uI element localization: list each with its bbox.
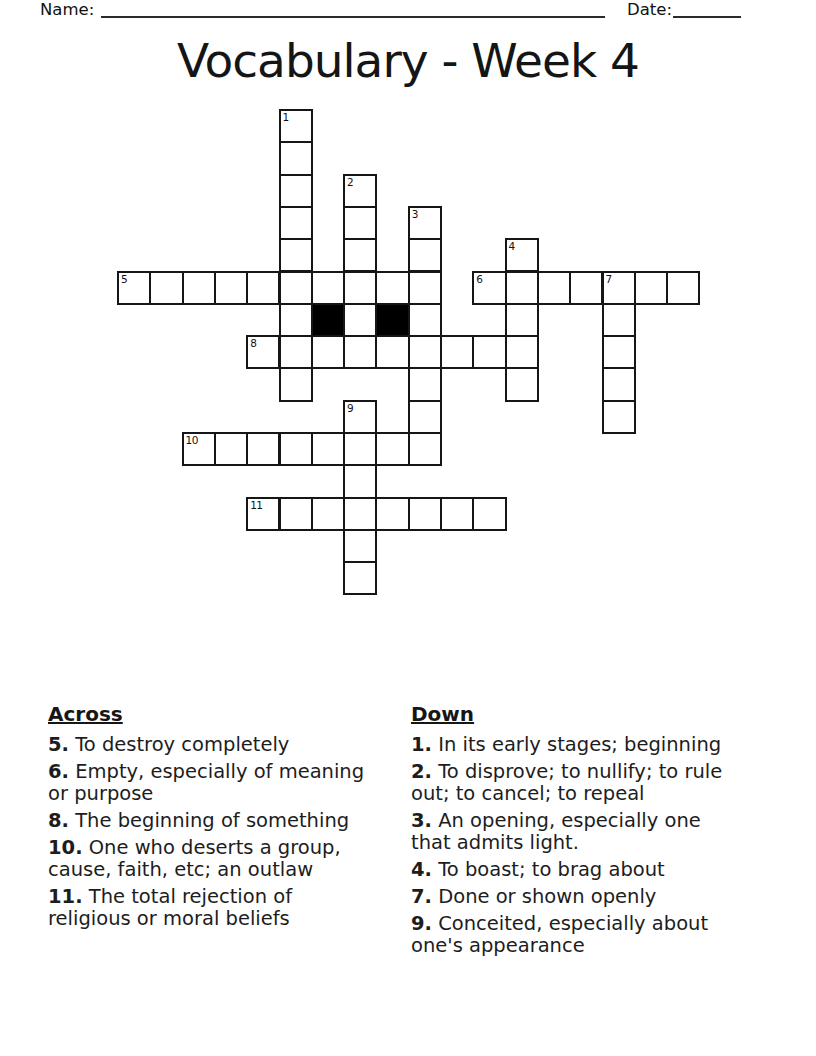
grid-cell[interactable]: [343, 238, 377, 272]
grid-cell[interactable]: [311, 497, 345, 531]
clue-number: 8: [250, 338, 256, 348]
grid-cell[interactable]: [537, 271, 571, 305]
grid-cell[interactable]: [343, 303, 377, 337]
grid-cell[interactable]: [343, 561, 377, 595]
grid-cell[interactable]: [279, 271, 313, 305]
grid-cell[interactable]: [311, 335, 345, 369]
grid-cell[interactable]: [408, 400, 442, 434]
date-line[interactable]: [673, 0, 741, 18]
down-clues-column: Down 1. In its early stages; beginning 2…: [411, 702, 729, 962]
grid-cell[interactable]: [375, 335, 409, 369]
grid-cell[interactable]: [279, 432, 313, 466]
grid-cell[interactable]: [634, 271, 668, 305]
clue-text: One who deserts a group, cause, faith, e…: [48, 836, 341, 881]
clue-number: 3: [412, 209, 418, 219]
clue-number-label: 6.: [48, 760, 69, 783]
clues-section: Across 5. To destroy completely 6. Empty…: [48, 702, 729, 962]
clue-down-9: 9. Conceited, especially about one's app…: [411, 913, 729, 957]
clue-text: To destroy completely: [75, 733, 289, 756]
grid-cell[interactable]: 8: [246, 335, 280, 369]
clue-number-label: 3.: [411, 809, 432, 832]
grid-cell[interactable]: [408, 335, 442, 369]
clue-number: 7: [606, 274, 612, 284]
grid-cell[interactable]: [279, 367, 313, 401]
page-title: Vocabulary - Week 4: [0, 33, 816, 88]
clue-across-8: 8. The beginning of something: [48, 810, 378, 832]
grid-cell[interactable]: [408, 432, 442, 466]
grid-cell[interactable]: [279, 238, 313, 272]
grid-cell[interactable]: [149, 271, 183, 305]
clue-number-label: 1.: [411, 733, 432, 756]
clue-number-label: 5.: [48, 733, 69, 756]
grid-cell[interactable]: [408, 271, 442, 305]
clue-number-label: 9.: [411, 912, 432, 935]
grid-cell[interactable]: 1: [279, 109, 313, 143]
grid-cell[interactable]: [375, 497, 409, 531]
grid-cell[interactable]: [505, 271, 539, 305]
grid-cell[interactable]: [182, 271, 216, 305]
grid-cell[interactable]: 10: [182, 432, 216, 466]
clue-text: To boast; to brag about: [438, 858, 665, 881]
grid-cell[interactable]: [408, 238, 442, 272]
grid-cell[interactable]: [214, 271, 248, 305]
grid-cell[interactable]: [408, 367, 442, 401]
grid-cell[interactable]: 2: [343, 174, 377, 208]
grid-cell[interactable]: [602, 335, 636, 369]
clue-down-2: 2. To disprove; to nullify; to rule out;…: [411, 761, 729, 805]
clue-across-6: 6. Empty, especially of meaning or purpo…: [48, 761, 378, 805]
clue-text: In its early stages; beginning: [438, 733, 721, 756]
grid-cell[interactable]: [569, 271, 603, 305]
grid-cell[interactable]: [408, 303, 442, 337]
grid-cell[interactable]: [440, 497, 474, 531]
clue-number: 2: [347, 177, 353, 187]
clue-down-1: 1. In its early stages; beginning: [411, 734, 729, 756]
grid-cell[interactable]: 7: [602, 271, 636, 305]
grid-cell[interactable]: 9: [343, 400, 377, 434]
grid-cell[interactable]: [440, 335, 474, 369]
grid-cell[interactable]: 6: [472, 271, 506, 305]
grid-cell[interactable]: [666, 271, 700, 305]
clue-number-label: 4.: [411, 858, 432, 881]
across-clues-column: Across 5. To destroy completely 6. Empty…: [48, 702, 378, 962]
grid-cell[interactable]: 5: [117, 271, 151, 305]
clue-text: The beginning of something: [75, 809, 349, 832]
clue-down-4: 4. To boast; to brag about: [411, 859, 729, 881]
clue-number: 1: [283, 112, 289, 122]
clue-number-label: 2.: [411, 760, 432, 783]
grid-cell[interactable]: [279, 335, 313, 369]
grid-cell[interactable]: [343, 335, 377, 369]
clue-text: Empty, especially of meaning or purpose: [48, 760, 364, 805]
clue-number-label: 8.: [48, 809, 69, 832]
grid-cell[interactable]: [279, 303, 313, 337]
clue-number: 5: [121, 274, 127, 284]
clue-number-label: 10.: [48, 836, 83, 859]
grid-cell[interactable]: [602, 303, 636, 337]
clue-across-10: 10. One who deserts a group, cause, fait…: [48, 837, 378, 881]
clue-number-label: 11.: [48, 885, 83, 908]
grid-cell[interactable]: 3: [408, 206, 442, 240]
clue-text: To disprove; to nullify; to rule out; to…: [411, 760, 722, 805]
black-cell: [375, 303, 409, 337]
name-label: Name:: [40, 0, 94, 19]
grid-cell[interactable]: [279, 174, 313, 208]
grid-cell[interactable]: [214, 432, 248, 466]
grid-cell[interactable]: [311, 432, 345, 466]
clue-text: An opening, especially one that admits l…: [411, 809, 701, 854]
grid-cell[interactable]: [343, 529, 377, 563]
grid-cell[interactable]: 11: [246, 497, 280, 531]
date-label: Date:: [627, 0, 672, 19]
grid-cell[interactable]: [343, 271, 377, 305]
down-header: Down: [411, 702, 729, 726]
clue-text: The total rejection of religious or mora…: [48, 885, 292, 930]
grid-cell[interactable]: [408, 497, 442, 531]
grid-cell[interactable]: [279, 497, 313, 531]
grid-cell[interactable]: [246, 432, 280, 466]
clue-number: 4: [509, 241, 515, 251]
grid-cell[interactable]: [343, 497, 377, 531]
clue-number: 11: [250, 500, 262, 510]
clue-across-5: 5. To destroy completely: [48, 734, 378, 756]
clue-number: 6: [476, 274, 482, 284]
grid-cell[interactable]: [472, 335, 506, 369]
clue-down-7: 7. Done or shown openly: [411, 886, 729, 908]
grid-cell[interactable]: [343, 464, 377, 498]
black-cell: [311, 303, 345, 337]
grid-cell[interactable]: [279, 141, 313, 175]
grid-cell[interactable]: [505, 367, 539, 401]
across-header: Across: [48, 702, 378, 726]
grid-cell[interactable]: [602, 367, 636, 401]
grid-cell[interactable]: [311, 271, 345, 305]
grid-cell[interactable]: [343, 432, 377, 466]
grid-cell[interactable]: [505, 303, 539, 337]
grid-cell[interactable]: [343, 206, 377, 240]
clue-text: Conceited, especially about one's appear…: [411, 912, 708, 957]
clue-across-11: 11. The total rejection of religious or …: [48, 886, 378, 930]
clue-text: Done or shown openly: [438, 885, 656, 908]
clue-number: 9: [347, 403, 353, 413]
worksheet-page: Name: Date: Vocabulary - Week 4 12345678…: [0, 0, 816, 1056]
grid-cell[interactable]: [505, 335, 539, 369]
grid-cell[interactable]: [472, 497, 506, 531]
clue-number-label: 7.: [411, 885, 432, 908]
crossword-grid: 1234567891011: [117, 109, 701, 596]
grid-cell[interactable]: [246, 271, 280, 305]
name-line[interactable]: [101, 0, 605, 18]
grid-cell[interactable]: 4: [505, 238, 539, 272]
grid-cell[interactable]: [375, 432, 409, 466]
clue-down-3: 3. An opening, especially one that admit…: [411, 810, 729, 854]
grid-cell[interactable]: [279, 206, 313, 240]
grid-cell[interactable]: [375, 271, 409, 305]
grid-cell[interactable]: [602, 400, 636, 434]
clue-number: 10: [186, 435, 198, 445]
